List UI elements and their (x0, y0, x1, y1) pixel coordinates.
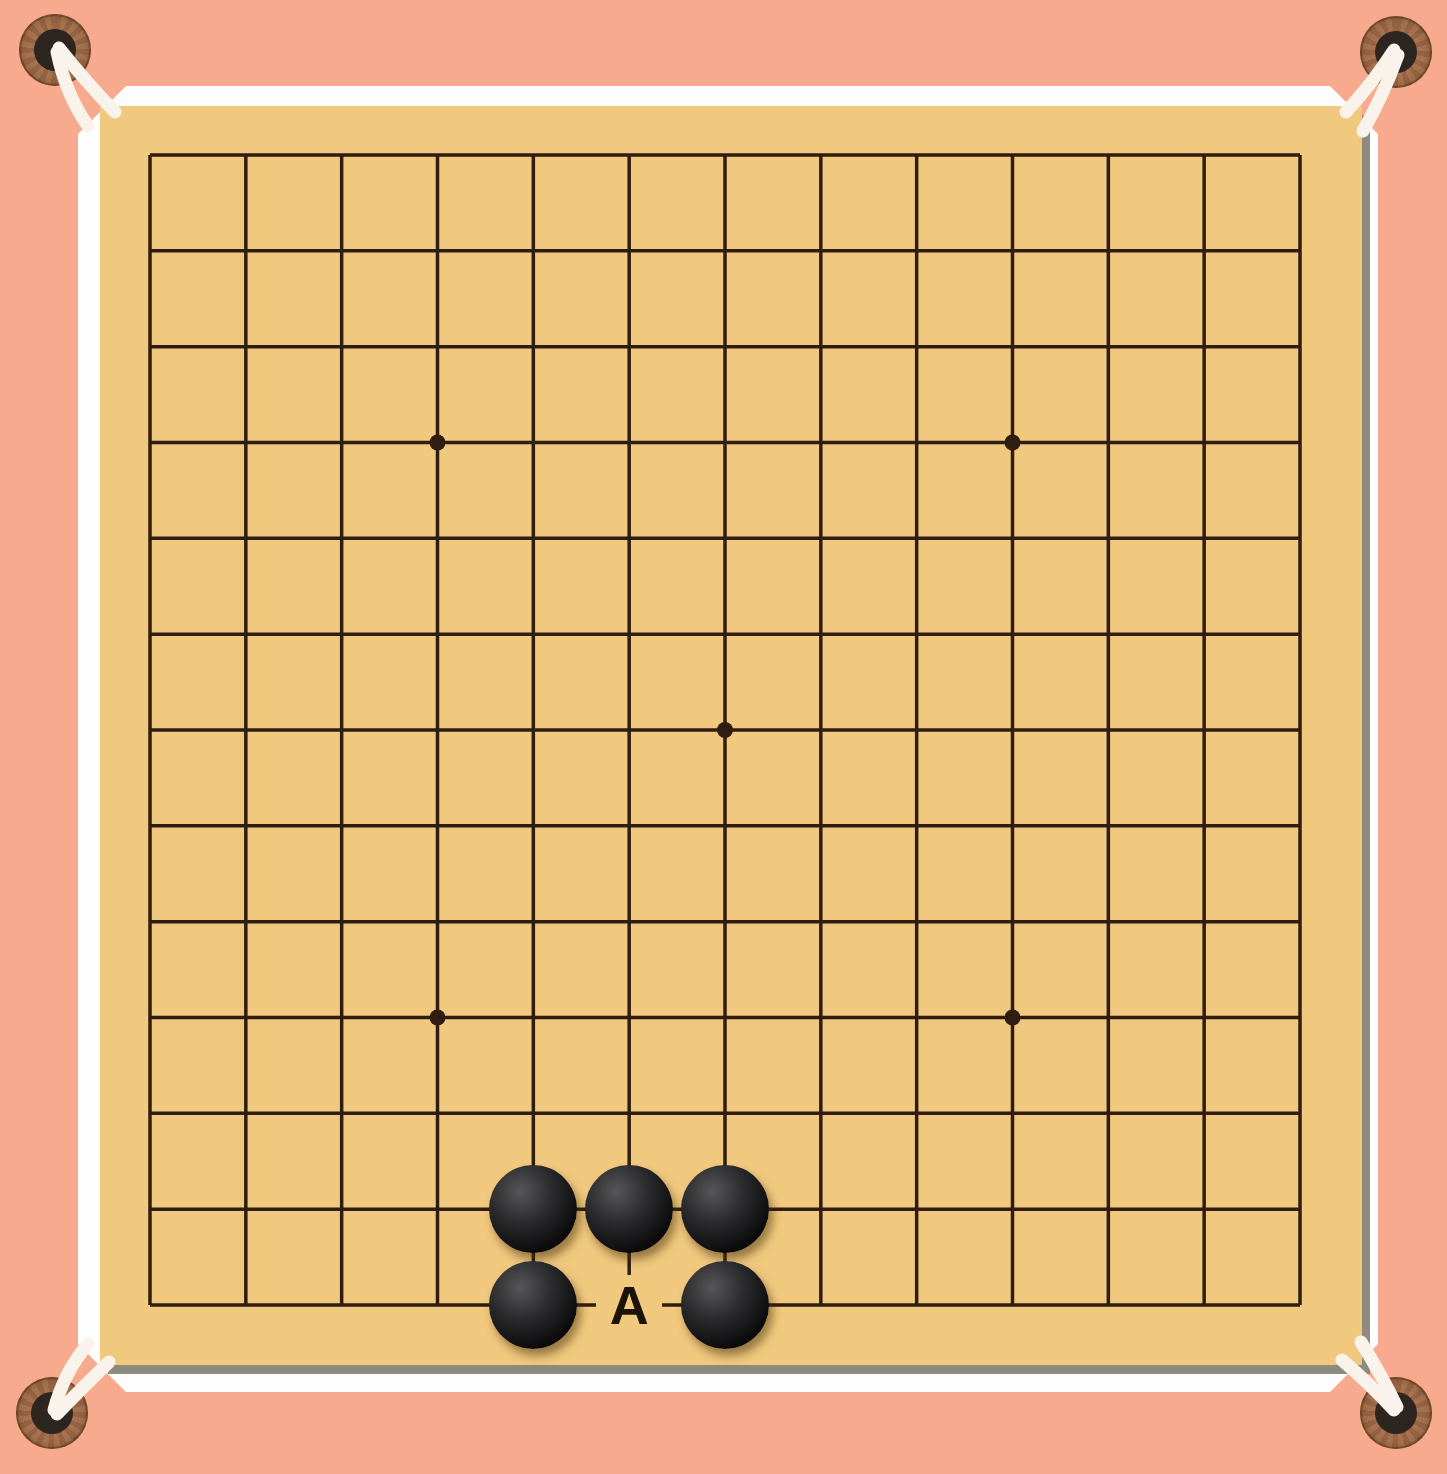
label-a-point[interactable]: A (584, 1260, 674, 1350)
black-stone (681, 1261, 769, 1349)
pin-hole-icon (1375, 1392, 1417, 1434)
go-puzzle-scene: A (0, 0, 1447, 1474)
corner-pin-top-right-icon (1360, 16, 1432, 88)
go-board[interactable]: A (100, 106, 1362, 1365)
pin-hole-icon (31, 1392, 73, 1434)
corner-pin-bottom-left-icon (16, 1377, 88, 1449)
black-stone (585, 1165, 673, 1253)
corner-pin-top-left-icon (19, 14, 91, 86)
pin-hole-icon (34, 29, 76, 71)
black-stone (489, 1165, 577, 1253)
black-stone (489, 1261, 577, 1349)
pin-hole-icon (1375, 31, 1417, 73)
corner-pin-bottom-right-icon (1360, 1377, 1432, 1449)
black-stone (681, 1165, 769, 1253)
board-grid (150, 155, 1300, 1305)
